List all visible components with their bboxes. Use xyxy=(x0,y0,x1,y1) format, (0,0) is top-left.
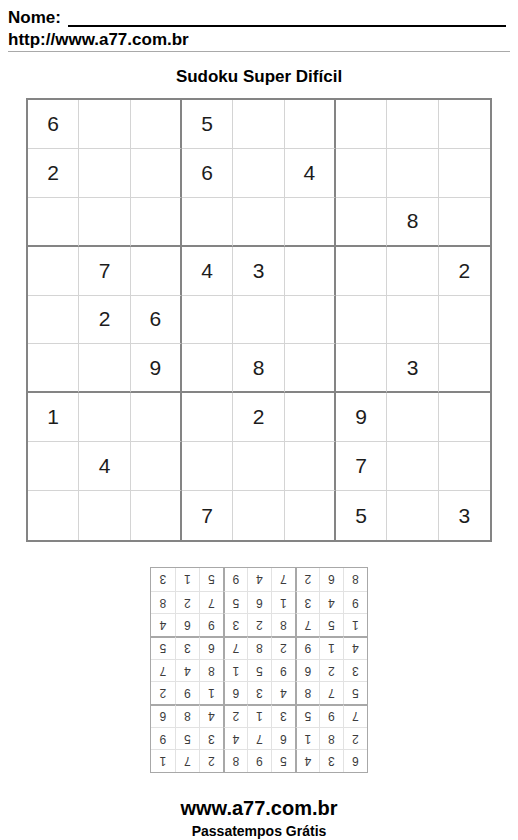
solution-cell-r1c4: 5 xyxy=(271,749,295,772)
solution-cell-r7c7: 9 xyxy=(199,613,223,636)
solution-cell-r6c7: 6 xyxy=(199,636,223,659)
solution-cell-r7c2: 5 xyxy=(319,613,343,636)
sudoku-cell-r1c6 xyxy=(285,100,336,149)
sudoku-cell-r8c9 xyxy=(439,442,490,491)
solution-cell-r2c9: 9 xyxy=(151,727,175,750)
sudoku-cell-r2c2 xyxy=(79,149,130,198)
footer-tagline: Passatempos Grátis xyxy=(8,823,510,839)
solution-cell-r9c5: 4 xyxy=(247,568,271,591)
sudoku-cell-r6c5: 8 xyxy=(233,344,284,393)
sudoku-cell-r7c9 xyxy=(439,393,490,442)
solution-cell-r3c1: 7 xyxy=(343,704,367,727)
sudoku-cell-r1c4: 5 xyxy=(182,100,233,149)
sudoku-cell-r5c5 xyxy=(233,296,284,345)
sudoku-cell-r2c4: 6 xyxy=(182,149,233,198)
sudoku-cell-r4c3 xyxy=(131,247,182,296)
sudoku-cell-r6c3: 9 xyxy=(131,344,182,393)
solution-cell-r8c7: 7 xyxy=(199,591,223,614)
sudoku-cell-r4c2: 7 xyxy=(79,247,130,296)
solution-cell-r2c5: 7 xyxy=(247,727,271,750)
sudoku-cell-r4c6 xyxy=(285,247,336,296)
solution-cell-r1c3: 4 xyxy=(295,749,319,772)
sudoku-cell-r1c2 xyxy=(79,100,130,149)
sudoku-cell-r6c9 xyxy=(439,344,490,393)
name-write-line xyxy=(68,25,506,27)
sudoku-cell-r2c7 xyxy=(336,149,387,198)
solution-cell-r8c1: 9 xyxy=(343,591,367,614)
solution-cell-r8c5: 6 xyxy=(247,591,271,614)
sudoku-cell-r2c1: 2 xyxy=(28,149,79,198)
solution-cell-r2c8: 5 xyxy=(175,727,199,750)
sudoku-cell-r7c8 xyxy=(387,393,438,442)
sudoku-cell-r3c7 xyxy=(336,198,387,247)
solution-cell-r8c3: 3 xyxy=(295,591,319,614)
sudoku-cell-r6c2 xyxy=(79,344,130,393)
solution-cell-r7c1: 1 xyxy=(343,613,367,636)
solution-cell-r4c8: 9 xyxy=(175,681,199,704)
solution-cell-r5c8: 4 xyxy=(175,659,199,682)
solution-cell-r5c7: 8 xyxy=(199,659,223,682)
solution-cell-r7c5: 2 xyxy=(247,613,271,636)
footer-site: www.a77.com.br xyxy=(8,797,510,820)
sudoku-cell-r2c3 xyxy=(131,149,182,198)
sudoku-cell-r3c5 xyxy=(233,198,284,247)
sudoku-cell-r5c8 xyxy=(387,296,438,345)
sudoku-cell-r1c5 xyxy=(233,100,284,149)
sudoku-cell-r7c3 xyxy=(131,393,182,442)
sudoku-cell-r5c4 xyxy=(182,296,233,345)
solution-cell-r6c6: 7 xyxy=(223,636,247,659)
sudoku-cell-r6c4 xyxy=(182,344,233,393)
solution-cell-r9c4: 7 xyxy=(271,568,295,591)
solution-cell-r4c5: 3 xyxy=(247,681,271,704)
sudoku-cell-r9c4: 7 xyxy=(182,491,233,540)
solution-cell-r2c6: 4 xyxy=(223,727,247,750)
sudoku-cell-r9c7: 5 xyxy=(336,491,387,540)
sudoku-cell-r8c2: 4 xyxy=(79,442,130,491)
solution-cell-r4c6: 6 xyxy=(223,681,247,704)
solution-cell-r3c8: 8 xyxy=(175,704,199,727)
solution-cell-r1c2: 3 xyxy=(319,749,343,772)
sudoku-cell-r3c8: 8 xyxy=(387,198,438,247)
sudoku-cell-r8c8 xyxy=(387,442,438,491)
sudoku-cell-r3c9 xyxy=(439,198,490,247)
solution-cell-r9c6: 9 xyxy=(223,568,247,591)
solution-cell-r2c3: 1 xyxy=(295,727,319,750)
solution-cell-r8c8: 2 xyxy=(175,591,199,614)
sudoku-cell-r1c1: 6 xyxy=(28,100,79,149)
sudoku-cell-r9c2 xyxy=(79,491,130,540)
solution-cell-r5c5: 5 xyxy=(247,659,271,682)
solution-cell-r8c2: 4 xyxy=(319,591,343,614)
sudoku-cell-r9c9: 3 xyxy=(439,491,490,540)
sudoku-cell-r8c4 xyxy=(182,442,233,491)
solution-cell-r5c9: 7 xyxy=(151,659,175,682)
sudoku-cell-r1c7 xyxy=(336,100,387,149)
solution-cell-r5c3: 6 xyxy=(295,659,319,682)
sudoku-cell-r6c7 xyxy=(336,344,387,393)
solution-cell-r9c2: 6 xyxy=(319,568,343,591)
solution-board-upside-down: 6345982712816743597953124865784361923269… xyxy=(150,567,368,773)
solution-cell-r4c7: 1 xyxy=(199,681,223,704)
solution-cell-r3c2: 9 xyxy=(319,704,343,727)
sudoku-cell-r2c9 xyxy=(439,149,490,198)
solution-cell-r7c9: 4 xyxy=(151,613,175,636)
solution-cell-r3c5: 1 xyxy=(247,704,271,727)
sudoku-cell-r5c2: 2 xyxy=(79,296,130,345)
solution-cell-r8c4: 1 xyxy=(271,591,295,614)
solution-cell-r7c3: 7 xyxy=(295,613,319,636)
sudoku-cell-r7c4 xyxy=(182,393,233,442)
sudoku-cell-r9c3 xyxy=(131,491,182,540)
sudoku-cell-r8c1 xyxy=(28,442,79,491)
sudoku-cell-r3c3 xyxy=(131,198,182,247)
solution-cell-r6c8: 3 xyxy=(175,636,199,659)
sudoku-cell-r1c8 xyxy=(387,100,438,149)
solution-cell-r5c6: 1 xyxy=(223,659,247,682)
solution-cell-r1c9: 1 xyxy=(151,749,175,772)
sudoku-cell-r8c7: 7 xyxy=(336,442,387,491)
sudoku-cell-r7c2 xyxy=(79,393,130,442)
solution-cell-r6c2: 1 xyxy=(319,636,343,659)
solution-cell-r2c4: 6 xyxy=(271,727,295,750)
solution-cell-r6c1: 4 xyxy=(343,636,367,659)
sudoku-cell-r3c6 xyxy=(285,198,336,247)
name-row: Nome: xyxy=(8,7,506,28)
solution-cell-r4c9: 2 xyxy=(151,681,175,704)
solution-cell-r4c4: 4 xyxy=(271,681,295,704)
solution-cell-r9c9: 3 xyxy=(151,568,175,591)
solution-cell-r9c1: 8 xyxy=(343,568,367,591)
solution-cell-r4c1: 5 xyxy=(343,681,367,704)
solution-cell-r7c4: 8 xyxy=(271,613,295,636)
solution-cell-r3c7: 4 xyxy=(199,704,223,727)
solution-cell-r1c8: 7 xyxy=(175,749,199,772)
sudoku-cell-r2c6: 4 xyxy=(285,149,336,198)
solution-cell-r1c7: 2 xyxy=(199,749,223,772)
sudoku-cell-r8c5 xyxy=(233,442,284,491)
sudoku-cell-r7c5: 2 xyxy=(233,393,284,442)
sudoku-cell-r4c8 xyxy=(387,247,438,296)
sudoku-cell-r4c9: 2 xyxy=(439,247,490,296)
sudoku-cell-r9c6 xyxy=(285,491,336,540)
solution-cell-r9c7: 5 xyxy=(199,568,223,591)
sudoku-cell-r4c5: 3 xyxy=(233,247,284,296)
sudoku-cell-r4c1 xyxy=(28,247,79,296)
sudoku-cell-r5c6 xyxy=(285,296,336,345)
solution-cell-r3c4: 3 xyxy=(271,704,295,727)
sudoku-cell-r9c8 xyxy=(387,491,438,540)
sudoku-cell-r8c3 xyxy=(131,442,182,491)
sudoku-cell-r2c5 xyxy=(233,149,284,198)
sudoku-cell-r1c9 xyxy=(439,100,490,149)
solution-cell-r2c7: 3 xyxy=(199,727,223,750)
solution-cell-r3c6: 2 xyxy=(223,704,247,727)
sudoku-cell-r1c3 xyxy=(131,100,182,149)
solution-cell-r6c4: 2 xyxy=(271,636,295,659)
solution-cell-r6c9: 5 xyxy=(151,636,175,659)
solution-cell-r7c6: 3 xyxy=(223,613,247,636)
sudoku-print-page: Nome: http://www.a77.com.br Sudoku Super… xyxy=(0,0,518,840)
solution-cell-r2c1: 2 xyxy=(343,727,367,750)
solution-cell-r1c6: 8 xyxy=(223,749,247,772)
sudoku-cell-r6c6 xyxy=(285,344,336,393)
sudoku-cell-r7c7: 9 xyxy=(336,393,387,442)
sudoku-cell-r2c8 xyxy=(387,149,438,198)
solution-cell-r1c5: 9 xyxy=(247,749,271,772)
solution-cell-r9c3: 2 xyxy=(295,568,319,591)
sudoku-cell-r9c5 xyxy=(233,491,284,540)
solution-cell-r5c4: 9 xyxy=(271,659,295,682)
solution-cell-r5c2: 2 xyxy=(319,659,343,682)
sudoku-cell-r5c9 xyxy=(439,296,490,345)
solution-cell-r8c6: 5 xyxy=(223,591,247,614)
sudoku-cell-r4c4: 4 xyxy=(182,247,233,296)
footer: www.a77.com.br Passatempos Grátis xyxy=(8,797,510,839)
solution-cell-r9c8: 1 xyxy=(175,568,199,591)
solution-cell-r8c9: 8 xyxy=(151,591,175,614)
sudoku-cell-r9c1 xyxy=(28,491,79,540)
solution-cell-r4c3: 8 xyxy=(295,681,319,704)
sudoku-cell-r5c1 xyxy=(28,296,79,345)
sudoku-cell-r8c6 xyxy=(285,442,336,491)
sudoku-cell-r6c8: 3 xyxy=(387,344,438,393)
solution-cell-r5c1: 3 xyxy=(343,659,367,682)
site-url-text: http://www.a77.com.br xyxy=(8,30,510,52)
sudoku-cell-r6c1 xyxy=(28,344,79,393)
solution-cell-r3c9: 6 xyxy=(151,704,175,727)
sudoku-board: 65264874322698312947753 xyxy=(26,98,492,542)
solution-cell-r3c3: 5 xyxy=(295,704,319,727)
solution-cell-r2c2: 8 xyxy=(319,727,343,750)
solution-cell-r1c1: 6 xyxy=(343,749,367,772)
solution-cell-r6c3: 9 xyxy=(295,636,319,659)
page-title: Sudoku Super Difícil xyxy=(8,67,510,87)
sudoku-cell-r5c7 xyxy=(336,296,387,345)
solution-cell-r4c2: 7 xyxy=(319,681,343,704)
sudoku-cell-r4c7 xyxy=(336,247,387,296)
solution-cell-r6c5: 8 xyxy=(247,636,271,659)
name-label: Nome: xyxy=(8,8,61,28)
sudoku-cell-r7c6 xyxy=(285,393,336,442)
sudoku-cell-r7c1: 1 xyxy=(28,393,79,442)
sudoku-cell-r5c3: 6 xyxy=(131,296,182,345)
sudoku-cell-r3c4 xyxy=(182,198,233,247)
sudoku-cell-r3c2 xyxy=(79,198,130,247)
solution-cell-r7c8: 6 xyxy=(175,613,199,636)
sudoku-cell-r3c1 xyxy=(28,198,79,247)
